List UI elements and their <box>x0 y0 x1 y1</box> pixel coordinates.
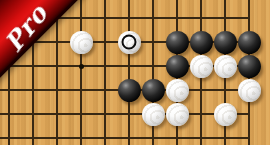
last-move-circle-marker <box>122 35 137 50</box>
stone-shell-texture <box>166 79 189 102</box>
white-stone[interactable] <box>70 31 93 54</box>
white-stone[interactable] <box>166 103 189 126</box>
white-stone[interactable] <box>166 79 189 102</box>
stone-shell-texture <box>238 79 261 102</box>
star-point <box>79 64 84 69</box>
black-stone[interactable] <box>238 55 261 78</box>
grid-vertical-line <box>56 0 58 145</box>
white-stone-marked[interactable] <box>118 31 141 54</box>
grid-horizontal-line <box>0 113 250 115</box>
stone-shell-texture <box>142 103 165 126</box>
stone-shell-texture <box>70 31 93 54</box>
white-stone[interactable] <box>214 55 237 78</box>
white-stone[interactable] <box>214 103 237 126</box>
grid-vertical-line <box>128 0 130 145</box>
stone-shell-texture <box>214 55 237 78</box>
grid-vertical-line <box>80 0 82 145</box>
stone-shell-texture <box>214 103 237 126</box>
white-stone[interactable] <box>190 55 213 78</box>
grid-horizontal-line <box>0 137 250 139</box>
black-stone[interactable] <box>166 31 189 54</box>
app-screenshot: Pro <box>0 0 270 145</box>
grid-horizontal-line <box>0 65 250 67</box>
white-stone[interactable] <box>142 103 165 126</box>
black-stone[interactable] <box>142 79 165 102</box>
black-stone[interactable] <box>118 79 141 102</box>
black-stone[interactable] <box>214 31 237 54</box>
black-stone[interactable] <box>166 55 189 78</box>
grid-vertical-line <box>104 0 106 145</box>
black-stone[interactable] <box>238 31 261 54</box>
white-stone[interactable] <box>238 79 261 102</box>
black-stone[interactable] <box>190 31 213 54</box>
stone-shell-texture <box>166 103 189 126</box>
stone-shell-texture <box>190 55 213 78</box>
